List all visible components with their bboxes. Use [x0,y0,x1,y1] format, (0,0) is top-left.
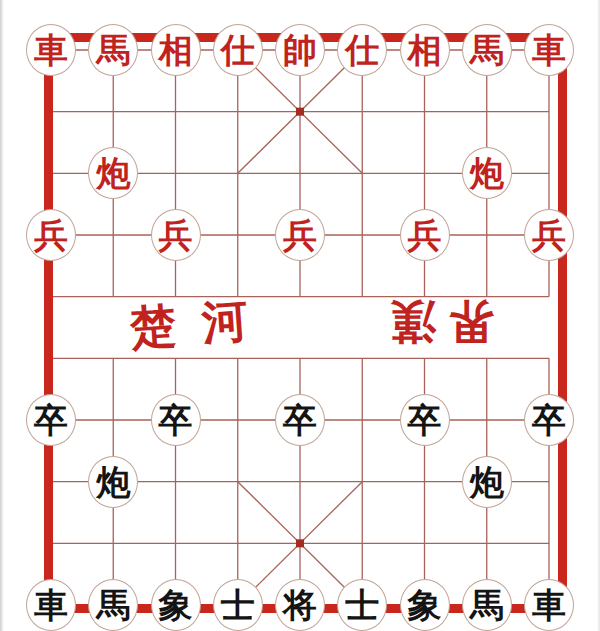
piece-red-soldier-4[interactable]: 兵 [400,209,450,261]
piece-red-elephant-left[interactable]: 相 [151,24,201,76]
piece-black-soldier-2[interactable]: 卒 [151,394,201,446]
piece-red-advisor-left[interactable]: 仕 [213,24,263,76]
piece-red-advisor-right[interactable]: 仕 [337,24,387,76]
piece-black-soldier-1[interactable]: 卒 [26,394,76,446]
piece-black-chariot-right[interactable]: 車 [524,579,574,631]
piece-red-general[interactable]: 帥 [275,24,325,76]
piece-black-cannon-right[interactable]: 炮 [462,456,512,508]
piece-red-chariot-right[interactable]: 車 [524,24,574,76]
piece-black-advisor-left[interactable]: 士 [213,579,263,631]
piece-red-horse-right[interactable]: 馬 [462,24,512,76]
river-label-chu-he: 楚河 [129,295,276,351]
piece-black-soldier-4[interactable]: 卒 [400,394,450,446]
piece-black-horse-right[interactable]: 馬 [462,579,512,631]
piece-black-horse-left[interactable]: 馬 [88,579,138,631]
piece-red-horse-left[interactable]: 馬 [88,24,138,76]
piece-red-chariot-left[interactable]: 車 [26,24,76,76]
piece-red-soldier-2[interactable]: 兵 [151,209,201,261]
piece-black-soldier-5[interactable]: 卒 [524,394,574,446]
piece-red-elephant-right[interactable]: 相 [400,24,450,76]
piece-red-soldier-1[interactable]: 兵 [26,209,76,261]
piece-black-cannon-left[interactable]: 炮 [88,456,138,508]
piece-red-cannon-right[interactable]: 炮 [462,147,512,199]
piece-black-soldier-3[interactable]: 卒 [275,394,325,446]
river-label-han-jie: 界漢 [378,299,494,345]
xiangqi-board: 楚河 界漢 車馬相仕帥仕相馬車炮炮兵兵兵兵兵卒卒卒卒卒炮炮車馬象士将士象馬車 [0,0,600,631]
piece-black-advisor-right[interactable]: 士 [337,579,387,631]
piece-black-elephant-right[interactable]: 象 [400,579,450,631]
piece-red-soldier-3[interactable]: 兵 [275,209,325,261]
piece-red-soldier-5[interactable]: 兵 [524,209,574,261]
piece-black-elephant-left[interactable]: 象 [151,579,201,631]
piece-black-chariot-left[interactable]: 車 [26,579,76,631]
piece-black-general[interactable]: 将 [275,579,325,631]
